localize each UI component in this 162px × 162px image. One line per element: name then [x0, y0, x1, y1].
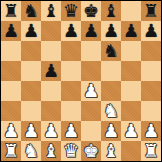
square-a7[interactable]: ♟	[1, 21, 21, 41]
square-g6[interactable]	[121, 41, 141, 61]
white-rook[interactable]: ♜	[143, 141, 159, 161]
square-b8[interactable]: ♞	[21, 1, 41, 21]
square-g3[interactable]	[121, 101, 141, 121]
black-pawn[interactable]: ♟	[143, 21, 159, 41]
black-pawn[interactable]: ♟	[83, 21, 99, 41]
square-g1[interactable]	[121, 141, 141, 161]
square-g2[interactable]: ♟	[121, 121, 141, 141]
square-c5[interactable]: ♟	[41, 61, 61, 81]
chess-board-grid: ♜♞♝♛♚♝♜♟♟♟♟♟♟♟♞♟♟♞♟♟♟♟♟♟♟♜♞♝♛♚♝♜	[1, 1, 161, 161]
white-bishop[interactable]: ♝	[43, 141, 59, 161]
square-e2[interactable]	[81, 121, 101, 141]
black-pawn[interactable]: ♟	[3, 21, 19, 41]
square-h3[interactable]	[141, 101, 161, 121]
square-e3[interactable]	[81, 101, 101, 121]
white-rook[interactable]: ♜	[3, 141, 19, 161]
white-queen[interactable]: ♛	[63, 141, 79, 161]
square-b5[interactable]	[21, 61, 41, 81]
white-pawn[interactable]: ♟	[83, 81, 99, 101]
square-d5[interactable]	[61, 61, 81, 81]
black-pawn[interactable]: ♟	[23, 21, 39, 41]
white-pawn[interactable]: ♟	[143, 121, 159, 141]
square-d8[interactable]: ♛	[61, 1, 81, 21]
square-d3[interactable]	[61, 101, 81, 121]
square-f7[interactable]: ♟	[101, 21, 121, 41]
white-knight[interactable]: ♞	[103, 101, 119, 121]
white-pawn[interactable]: ♟	[23, 121, 39, 141]
square-c8[interactable]: ♝	[41, 1, 61, 21]
square-g7[interactable]: ♟	[121, 21, 141, 41]
square-f4[interactable]	[101, 81, 121, 101]
black-pawn[interactable]: ♟	[43, 61, 59, 81]
square-a3[interactable]	[1, 101, 21, 121]
white-pawn[interactable]: ♟	[43, 121, 59, 141]
black-knight[interactable]: ♞	[23, 1, 39, 21]
black-rook[interactable]: ♜	[143, 1, 159, 21]
black-knight[interactable]: ♞	[103, 41, 119, 61]
square-e5[interactable]	[81, 61, 101, 81]
white-bishop[interactable]: ♝	[103, 141, 119, 161]
square-a1[interactable]: ♜	[1, 141, 21, 161]
square-e6[interactable]	[81, 41, 101, 61]
square-b3[interactable]	[21, 101, 41, 121]
black-bishop[interactable]: ♝	[103, 1, 119, 21]
square-h6[interactable]	[141, 41, 161, 61]
white-pawn[interactable]: ♟	[63, 121, 79, 141]
square-h5[interactable]	[141, 61, 161, 81]
square-a8[interactable]: ♜	[1, 1, 21, 21]
square-b1[interactable]: ♞	[21, 141, 41, 161]
square-d2[interactable]: ♟	[61, 121, 81, 141]
square-h1[interactable]: ♜	[141, 141, 161, 161]
square-h2[interactable]: ♟	[141, 121, 161, 141]
square-c3[interactable]	[41, 101, 61, 121]
square-a5[interactable]	[1, 61, 21, 81]
white-pawn[interactable]: ♟	[3, 121, 19, 141]
square-g8[interactable]	[121, 1, 141, 21]
square-b4[interactable]	[21, 81, 41, 101]
square-d4[interactable]	[61, 81, 81, 101]
black-queen[interactable]: ♛	[63, 1, 79, 21]
square-c6[interactable]	[41, 41, 61, 61]
square-f1[interactable]: ♝	[101, 141, 121, 161]
square-e4[interactable]: ♟	[81, 81, 101, 101]
black-king[interactable]: ♚	[83, 1, 99, 21]
chess-board: ♜♞♝♛♚♝♜♟♟♟♟♟♟♟♞♟♟♞♟♟♟♟♟♟♟♜♞♝♛♚♝♜	[0, 0, 162, 162]
black-pawn[interactable]: ♟	[63, 21, 79, 41]
square-f2[interactable]: ♟	[101, 121, 121, 141]
white-king[interactable]: ♚	[83, 141, 99, 161]
square-h7[interactable]: ♟	[141, 21, 161, 41]
square-c4[interactable]	[41, 81, 61, 101]
black-bishop[interactable]: ♝	[43, 1, 59, 21]
square-b2[interactable]: ♟	[21, 121, 41, 141]
square-g5[interactable]	[121, 61, 141, 81]
square-e7[interactable]: ♟	[81, 21, 101, 41]
black-pawn[interactable]: ♟	[123, 21, 139, 41]
square-c7[interactable]	[41, 21, 61, 41]
square-f5[interactable]	[101, 61, 121, 81]
square-f3[interactable]: ♞	[101, 101, 121, 121]
square-b7[interactable]: ♟	[21, 21, 41, 41]
white-knight[interactable]: ♞	[23, 141, 39, 161]
square-c1[interactable]: ♝	[41, 141, 61, 161]
square-h8[interactable]: ♜	[141, 1, 161, 21]
square-f6[interactable]: ♞	[101, 41, 121, 61]
square-a2[interactable]: ♟	[1, 121, 21, 141]
black-pawn[interactable]: ♟	[103, 21, 119, 41]
square-a4[interactable]	[1, 81, 21, 101]
square-c2[interactable]: ♟	[41, 121, 61, 141]
square-a6[interactable]	[1, 41, 21, 61]
square-d6[interactable]	[61, 41, 81, 61]
white-pawn[interactable]: ♟	[123, 121, 139, 141]
square-d1[interactable]: ♛	[61, 141, 81, 161]
square-g4[interactable]	[121, 81, 141, 101]
black-rook[interactable]: ♜	[3, 1, 19, 21]
square-f8[interactable]: ♝	[101, 1, 121, 21]
square-h4[interactable]	[141, 81, 161, 101]
square-e1[interactable]: ♚	[81, 141, 101, 161]
white-pawn[interactable]: ♟	[103, 121, 119, 141]
square-d7[interactable]: ♟	[61, 21, 81, 41]
square-b6[interactable]	[21, 41, 41, 61]
square-e8[interactable]: ♚	[81, 1, 101, 21]
